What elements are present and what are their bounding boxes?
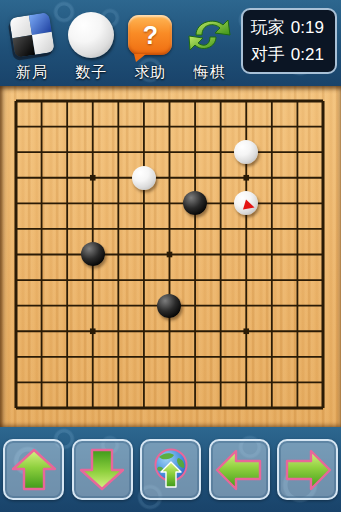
checkered-cube-icon (9, 12, 55, 58)
count-stones-icon (68, 9, 114, 61)
help-label: 求助 (134, 63, 166, 82)
new-game-button[interactable]: 新局 (4, 6, 60, 82)
go-game-window: 新局 数子 ? 求助 悔棋 (0, 0, 341, 512)
black-stone (183, 191, 207, 215)
arrow-left-icon (215, 448, 263, 492)
opponent-clock-time: 0:21 (291, 45, 324, 65)
top-toolbar: 新局 数子 ? 求助 悔棋 (0, 0, 341, 86)
move-left-button[interactable] (209, 439, 270, 500)
player-clock-time: 0:19 (291, 18, 324, 38)
white-stone (234, 191, 258, 215)
globe-upload-icon (147, 447, 195, 493)
move-right-button[interactable] (277, 439, 338, 500)
black-stone (157, 294, 181, 318)
arrow-right-icon (284, 448, 332, 492)
opponent-clock: 对手 0:21 (251, 43, 335, 66)
question-mark: ? (143, 23, 158, 48)
help-button[interactable]: ? 求助 (122, 6, 178, 82)
undo-arrows-icon (186, 13, 234, 57)
undo-icon-wrap (186, 9, 234, 61)
undo-label: 悔棋 (194, 63, 226, 82)
question-bubble-icon: ? (128, 15, 172, 55)
arrow-down-icon (78, 448, 126, 492)
arrow-up-icon (10, 448, 58, 492)
bottom-toolbar (0, 427, 341, 512)
new-game-label: 新局 (16, 63, 48, 82)
stone-grid (3, 88, 336, 421)
opponent-clock-label: 对手 (251, 43, 285, 66)
player-clock-label: 玩家 (251, 16, 285, 39)
help-icon-wrap: ? (128, 9, 172, 61)
count-stones-label: 数子 (75, 63, 107, 82)
clock-panel: 玩家 0:19 对手 0:21 (241, 8, 337, 74)
new-game-icon (12, 9, 52, 61)
last-move-marker (234, 191, 258, 215)
black-stone (81, 242, 105, 266)
count-stones-button[interactable]: 数子 (63, 6, 119, 82)
white-stone (234, 140, 258, 164)
move-down-button[interactable] (72, 439, 133, 500)
white-stone (132, 166, 156, 190)
globe-upload-button[interactable] (140, 439, 201, 500)
move-up-button[interactable] (3, 439, 64, 500)
player-clock: 玩家 0:19 (251, 16, 335, 39)
white-stone-icon (68, 12, 114, 58)
go-board[interactable] (0, 86, 341, 427)
undo-button[interactable]: 悔棋 (182, 6, 238, 82)
